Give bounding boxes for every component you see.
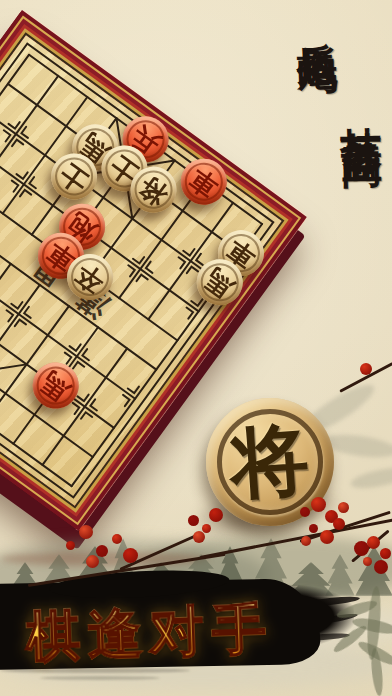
tagline-column-2: 技艺盖世间 [334,94,389,120]
general-character: 将 [227,407,312,517]
banner-title: 棋逢对手 [25,593,275,675]
tagline-column-1: 兵挺炮鸣 [288,9,344,31]
app-screen: 漢界兵車馬士将車士馬炮車卒馬 兵挺炮鸣 技艺盖世间 棋逢对手 将 [0,0,392,696]
general-piece-decoration: 将 [206,398,334,526]
